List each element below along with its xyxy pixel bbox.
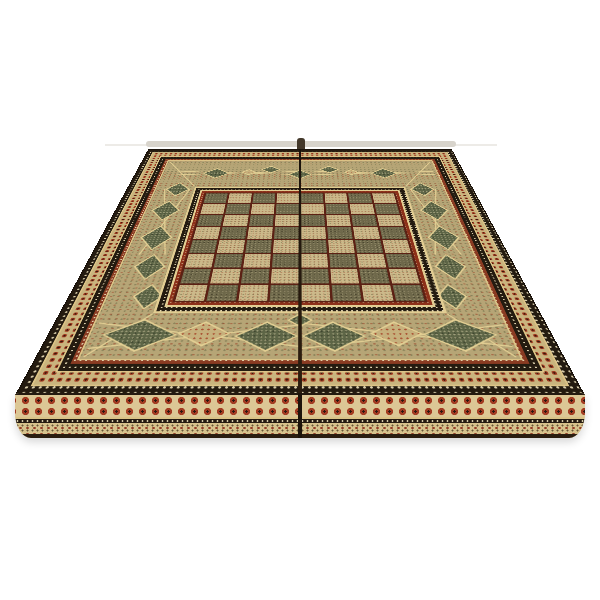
green-diamond-motif xyxy=(419,319,505,352)
square xyxy=(275,215,299,226)
green-diamond-motif xyxy=(163,182,193,196)
square xyxy=(277,193,299,203)
square xyxy=(180,269,211,284)
square xyxy=(189,240,218,253)
square xyxy=(348,193,372,203)
square xyxy=(382,240,411,253)
square xyxy=(357,254,386,268)
square xyxy=(392,285,425,301)
square xyxy=(271,269,299,284)
green-diamond-motif xyxy=(135,226,177,251)
red-dot-diamond-motif xyxy=(343,169,359,175)
green-diamond-motif xyxy=(201,168,230,178)
green-diamond-motif xyxy=(128,254,170,280)
square xyxy=(249,215,274,226)
square xyxy=(372,193,397,203)
square xyxy=(301,227,326,239)
square xyxy=(220,227,247,239)
square xyxy=(272,254,299,268)
square xyxy=(241,269,270,284)
red-dot-diamond-motif xyxy=(174,321,232,346)
square xyxy=(204,193,229,203)
square xyxy=(238,285,268,301)
square xyxy=(301,215,325,226)
square xyxy=(374,204,399,214)
square xyxy=(355,240,383,253)
square xyxy=(389,269,420,284)
green-diamond-motif xyxy=(430,254,472,280)
square xyxy=(332,285,362,301)
square xyxy=(217,240,245,253)
square xyxy=(379,227,406,239)
square xyxy=(301,193,323,203)
square xyxy=(270,285,299,301)
square xyxy=(276,204,299,214)
green-diamond-motif xyxy=(423,226,465,251)
square xyxy=(252,193,275,203)
square xyxy=(362,285,393,301)
hinge-seam-front xyxy=(298,393,301,438)
square xyxy=(243,254,271,268)
square xyxy=(214,254,243,268)
square xyxy=(251,204,275,214)
product-photo xyxy=(0,0,600,600)
square xyxy=(359,269,389,284)
square xyxy=(329,254,357,268)
square xyxy=(228,193,252,203)
square xyxy=(353,227,380,239)
square xyxy=(210,269,240,284)
green-diamond-motif xyxy=(369,168,398,178)
square xyxy=(351,215,377,226)
square xyxy=(330,269,359,284)
square xyxy=(200,204,225,214)
square xyxy=(301,204,324,214)
square xyxy=(301,285,330,301)
square xyxy=(274,227,299,239)
hinge-knuckle xyxy=(297,138,305,149)
green-diamond-motif xyxy=(408,182,438,196)
square xyxy=(301,254,328,268)
square xyxy=(185,254,215,268)
square xyxy=(301,269,329,284)
red-dot-diamond-motif xyxy=(241,169,257,175)
square xyxy=(326,215,351,226)
square xyxy=(350,204,375,214)
square xyxy=(328,240,355,253)
board-front-edge xyxy=(15,393,585,438)
square xyxy=(325,204,349,214)
square xyxy=(327,227,353,239)
square xyxy=(247,227,273,239)
square xyxy=(207,285,238,301)
square xyxy=(193,227,220,239)
square xyxy=(377,215,403,226)
square xyxy=(225,204,250,214)
square xyxy=(223,215,249,226)
board-top-face xyxy=(15,149,585,395)
square xyxy=(245,240,272,253)
square xyxy=(325,193,348,203)
square xyxy=(385,254,415,268)
square xyxy=(301,240,327,253)
square xyxy=(197,215,223,226)
square xyxy=(175,285,208,301)
red-dot-diamond-motif xyxy=(368,321,426,346)
square xyxy=(273,240,299,253)
gold-line xyxy=(434,189,436,255)
